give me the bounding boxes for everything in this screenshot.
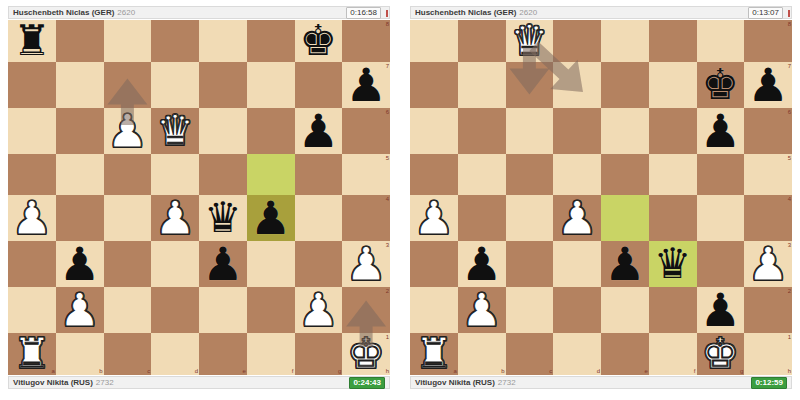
white-king: ♚ bbox=[702, 333, 740, 375]
file-coordinate: d bbox=[597, 368, 600, 374]
square-a3[interactable] bbox=[8, 241, 56, 287]
square-f4[interactable] bbox=[649, 195, 697, 241]
bottom-player-bar: Vitiugov Nikita (RUS) 2732 0:12:59 bbox=[410, 376, 792, 389]
square-g5[interactable] bbox=[697, 154, 745, 195]
square-h3[interactable]: ♟3 bbox=[744, 241, 792, 287]
square-h6[interactable]: 6 bbox=[744, 108, 792, 154]
square-d1[interactable]: d bbox=[151, 333, 199, 375]
top-player-clock: 0:16:58 bbox=[346, 7, 381, 19]
square-a5[interactable] bbox=[8, 154, 56, 195]
square-a7[interactable] bbox=[410, 62, 458, 108]
black-pawn: ♟ bbox=[298, 108, 339, 154]
square-b3[interactable]: ♟ bbox=[56, 241, 104, 287]
square-e2[interactable] bbox=[199, 287, 247, 333]
top-player-bar: Huschenbeth Niclas (GER) 2620 0:13:07 bbox=[410, 6, 792, 19]
rank-coordinate: 4 bbox=[386, 196, 389, 202]
square-d4[interactable]: ♟ bbox=[151, 195, 199, 241]
square-b6[interactable] bbox=[458, 108, 506, 154]
file-coordinate: f bbox=[694, 368, 696, 374]
file-coordinate: b bbox=[99, 368, 102, 374]
square-e4[interactable]: ♛ bbox=[199, 195, 247, 241]
square-f6[interactable] bbox=[649, 108, 697, 154]
square-d5[interactable] bbox=[151, 154, 199, 195]
rank-coordinate: 7 bbox=[788, 63, 791, 69]
square-f2[interactable] bbox=[247, 287, 295, 333]
white-queen: ♛ bbox=[511, 20, 549, 62]
square-d8[interactable] bbox=[151, 20, 199, 62]
square-c7[interactable] bbox=[506, 62, 554, 108]
square-a2[interactable] bbox=[410, 287, 458, 333]
file-coordinate: h bbox=[386, 368, 389, 374]
square-g1[interactable]: g bbox=[295, 333, 343, 375]
square-c4[interactable] bbox=[506, 195, 554, 241]
square-g2[interactable]: ♟ bbox=[697, 287, 745, 333]
white-pawn: ♟ bbox=[155, 195, 196, 241]
square-g5[interactable] bbox=[295, 154, 343, 195]
square-a4[interactable]: ♟ bbox=[8, 195, 56, 241]
square-a8[interactable]: ♜ bbox=[8, 20, 56, 62]
square-g6[interactable]: ♟ bbox=[697, 108, 745, 154]
file-coordinate: c bbox=[549, 368, 552, 374]
square-a4[interactable]: ♟ bbox=[410, 195, 458, 241]
square-c8[interactable] bbox=[104, 20, 152, 62]
black-queen: ♛ bbox=[654, 243, 692, 285]
rank-coordinate: 2 bbox=[386, 288, 389, 294]
square-d3[interactable] bbox=[553, 241, 601, 287]
file-coordinate: d bbox=[195, 368, 198, 374]
file-coordinate: g bbox=[338, 368, 341, 374]
square-d5[interactable] bbox=[553, 154, 601, 195]
black-pawn: ♟ bbox=[461, 241, 502, 287]
square-e8[interactable] bbox=[199, 20, 247, 62]
bottom-player-name: Vitiugov Nikita (RUS) bbox=[415, 378, 495, 387]
rank-coordinate: 2 bbox=[788, 288, 791, 294]
square-a6[interactable] bbox=[8, 108, 56, 154]
black-pawn: ♟ bbox=[700, 108, 741, 154]
square-c5[interactable] bbox=[104, 154, 152, 195]
black-pawn: ♟ bbox=[346, 62, 387, 108]
bottom-player-name: Vitiugov Nikita (RUS) bbox=[13, 378, 93, 387]
white-pawn: ♟ bbox=[748, 241, 789, 287]
square-a8[interactable] bbox=[410, 20, 458, 62]
square-d1[interactable]: d bbox=[553, 333, 601, 375]
square-f3[interactable]: ♛ bbox=[649, 241, 697, 287]
square-e7[interactable] bbox=[601, 62, 649, 108]
square-b1[interactable]: b bbox=[458, 333, 506, 375]
square-c4[interactable] bbox=[104, 195, 152, 241]
rank-coordinate: 3 bbox=[788, 242, 791, 248]
square-c2[interactable] bbox=[506, 287, 554, 333]
square-e6[interactable] bbox=[199, 108, 247, 154]
square-e1[interactable]: e bbox=[199, 333, 247, 375]
square-c3[interactable] bbox=[506, 241, 554, 287]
board-panel-right: Huschenbeth Niclas (GER) 2620 0:13:07 ♛8… bbox=[410, 6, 792, 389]
rank-coordinate: 8 bbox=[386, 21, 389, 27]
chess-board-left[interactable]: ♜♚8♟7♟♛♟65♟♟♛♟4♟♟♟3♟♟2♜abcdefg♚1h bbox=[8, 20, 390, 375]
rank-coordinate: 1 bbox=[386, 334, 389, 340]
square-b6[interactable] bbox=[56, 108, 104, 154]
square-g3[interactable] bbox=[697, 241, 745, 287]
square-f2[interactable] bbox=[649, 287, 697, 333]
square-b7[interactable] bbox=[56, 62, 104, 108]
square-a1[interactable]: ♜a bbox=[8, 333, 56, 375]
black-pawn: ♟ bbox=[59, 241, 100, 287]
rank-coordinate: 7 bbox=[386, 63, 389, 69]
rank-coordinate: 6 bbox=[788, 109, 791, 115]
top-player-name: Huschenbeth Niclas (GER) bbox=[13, 8, 114, 17]
white-pawn: ♟ bbox=[107, 108, 148, 154]
square-h4[interactable]: 4 bbox=[744, 195, 792, 241]
square-e3[interactable]: ♟ bbox=[601, 241, 649, 287]
square-e6[interactable] bbox=[601, 108, 649, 154]
top-player-clock: 0:13:07 bbox=[748, 7, 783, 19]
black-rook: ♜ bbox=[13, 20, 51, 62]
square-h8[interactable]: 8 bbox=[342, 20, 390, 62]
file-coordinate: f bbox=[292, 368, 294, 374]
square-c6[interactable] bbox=[506, 108, 554, 154]
white-pawn: ♟ bbox=[557, 195, 598, 241]
black-pawn: ♟ bbox=[250, 195, 291, 241]
bottom-player-bar: Vitiugov Nikita (RUS) 2732 0:24:43 bbox=[8, 376, 390, 389]
square-g8[interactable] bbox=[697, 20, 745, 62]
square-c7[interactable] bbox=[104, 62, 152, 108]
square-h1[interactable]: 1h bbox=[744, 333, 792, 375]
square-c8[interactable]: ♛ bbox=[506, 20, 554, 62]
square-g7[interactable] bbox=[295, 62, 343, 108]
black-pawn: ♟ bbox=[202, 241, 243, 287]
square-c1[interactable]: c bbox=[506, 333, 554, 375]
square-f7[interactable] bbox=[649, 62, 697, 108]
black-pawn: ♟ bbox=[700, 287, 741, 333]
black-king: ♚ bbox=[300, 20, 338, 62]
square-f5[interactable] bbox=[247, 154, 295, 195]
square-c5[interactable] bbox=[506, 154, 554, 195]
black-pawn: ♟ bbox=[604, 241, 645, 287]
square-h2[interactable]: 2 bbox=[744, 287, 792, 333]
square-h3[interactable]: ♟3 bbox=[342, 241, 390, 287]
white-pawn: ♟ bbox=[298, 287, 339, 333]
square-b8[interactable] bbox=[56, 20, 104, 62]
rank-coordinate: 5 bbox=[788, 155, 791, 161]
rank-coordinate: 8 bbox=[788, 21, 791, 27]
square-h4[interactable]: 4 bbox=[342, 195, 390, 241]
bottom-player-clock: 0:24:43 bbox=[349, 377, 385, 389]
square-d3[interactable] bbox=[151, 241, 199, 287]
bottom-player-rating: 2732 bbox=[96, 378, 114, 387]
file-coordinate: e bbox=[644, 368, 647, 374]
square-a5[interactable] bbox=[410, 154, 458, 195]
square-b2[interactable]: ♟ bbox=[458, 287, 506, 333]
square-f6[interactable] bbox=[247, 108, 295, 154]
white-pawn: ♟ bbox=[11, 195, 52, 241]
square-d7[interactable] bbox=[553, 62, 601, 108]
black-king: ♚ bbox=[702, 64, 740, 106]
live-tick-icon bbox=[386, 10, 388, 17]
square-h6[interactable]: 6 bbox=[342, 108, 390, 154]
square-h1[interactable]: ♚1h bbox=[342, 333, 390, 375]
square-g3[interactable] bbox=[295, 241, 343, 287]
white-queen: ♛ bbox=[156, 110, 194, 152]
file-coordinate: a bbox=[51, 368, 54, 374]
square-e7[interactable] bbox=[199, 62, 247, 108]
square-b4[interactable] bbox=[56, 195, 104, 241]
live-tick-icon bbox=[788, 10, 790, 17]
bottom-player-rating: 2732 bbox=[498, 378, 516, 387]
square-e2[interactable] bbox=[601, 287, 649, 333]
square-e4[interactable] bbox=[601, 195, 649, 241]
rank-coordinate: 3 bbox=[386, 242, 389, 248]
square-b2[interactable]: ♟ bbox=[56, 287, 104, 333]
black-pawn: ♟ bbox=[748, 62, 789, 108]
white-rook: ♜ bbox=[415, 333, 453, 375]
square-d7[interactable] bbox=[151, 62, 199, 108]
rank-coordinate: 5 bbox=[386, 155, 389, 161]
file-coordinate: g bbox=[740, 368, 743, 374]
square-c3[interactable] bbox=[104, 241, 152, 287]
square-g1[interactable]: ♚g bbox=[697, 333, 745, 375]
square-a6[interactable] bbox=[410, 108, 458, 154]
rank-coordinate: 1 bbox=[788, 334, 791, 340]
square-g6[interactable]: ♟ bbox=[295, 108, 343, 154]
file-coordinate: a bbox=[453, 368, 456, 374]
square-h7[interactable]: ♟7 bbox=[744, 62, 792, 108]
square-f5[interactable] bbox=[649, 154, 697, 195]
square-a7[interactable] bbox=[8, 62, 56, 108]
rank-coordinate: 6 bbox=[386, 109, 389, 115]
square-d6[interactable] bbox=[553, 108, 601, 154]
square-e1[interactable]: e bbox=[601, 333, 649, 375]
square-f3[interactable] bbox=[247, 241, 295, 287]
square-b3[interactable]: ♟ bbox=[458, 241, 506, 287]
square-a2[interactable] bbox=[8, 287, 56, 333]
square-b7[interactable] bbox=[458, 62, 506, 108]
square-g8[interactable]: ♚ bbox=[295, 20, 343, 62]
square-e5[interactable] bbox=[199, 154, 247, 195]
square-d2[interactable] bbox=[553, 287, 601, 333]
square-h5[interactable]: 5 bbox=[342, 154, 390, 195]
file-coordinate: e bbox=[242, 368, 245, 374]
square-a3[interactable] bbox=[410, 241, 458, 287]
square-g2[interactable]: ♟ bbox=[295, 287, 343, 333]
white-pawn: ♟ bbox=[413, 195, 454, 241]
square-g4[interactable] bbox=[295, 195, 343, 241]
board-panel-left: Huschenbeth Niclas (GER) 2620 0:16:58 ♜♚… bbox=[8, 6, 390, 389]
square-f4[interactable]: ♟ bbox=[247, 195, 295, 241]
square-b4[interactable] bbox=[458, 195, 506, 241]
white-king: ♚ bbox=[347, 333, 385, 375]
square-d6[interactable]: ♛ bbox=[151, 108, 199, 154]
file-coordinate: h bbox=[788, 368, 791, 374]
square-c2[interactable] bbox=[104, 287, 152, 333]
square-b5[interactable] bbox=[56, 154, 104, 195]
top-player-rating: 2620 bbox=[519, 8, 537, 17]
square-h7[interactable]: ♟7 bbox=[342, 62, 390, 108]
square-d2[interactable] bbox=[151, 287, 199, 333]
top-player-name: Huschenbeth Niclas (GER) bbox=[415, 8, 516, 17]
square-e5[interactable] bbox=[601, 154, 649, 195]
bottom-player-clock: 0:12:59 bbox=[751, 377, 787, 389]
top-player-rating: 2620 bbox=[117, 8, 135, 17]
square-f7[interactable] bbox=[247, 62, 295, 108]
square-f1[interactable]: f bbox=[247, 333, 295, 375]
square-g4[interactable] bbox=[697, 195, 745, 241]
square-h2[interactable]: 2 bbox=[342, 287, 390, 333]
file-coordinate: b bbox=[501, 368, 504, 374]
square-h8[interactable]: 8 bbox=[744, 20, 792, 62]
square-d4[interactable]: ♟ bbox=[553, 195, 601, 241]
square-f8[interactable] bbox=[247, 20, 295, 62]
rank-coordinate: 4 bbox=[788, 196, 791, 202]
square-b5[interactable] bbox=[458, 154, 506, 195]
white-pawn: ♟ bbox=[346, 241, 387, 287]
square-e3[interactable]: ♟ bbox=[199, 241, 247, 287]
square-h5[interactable]: 5 bbox=[744, 154, 792, 195]
top-player-bar: Huschenbeth Niclas (GER) 2620 0:16:58 bbox=[8, 6, 390, 19]
square-b1[interactable]: b bbox=[56, 333, 104, 375]
square-b8[interactable] bbox=[458, 20, 506, 62]
square-f8[interactable] bbox=[649, 20, 697, 62]
square-c6[interactable]: ♟ bbox=[104, 108, 152, 154]
file-coordinate: c bbox=[147, 368, 150, 374]
white-pawn: ♟ bbox=[59, 287, 100, 333]
chess-board-right[interactable]: ♛8♚♟7♟65♟♟4♟♟♛♟3♟♟2♜abcdef♚g1h bbox=[410, 20, 792, 375]
square-e8[interactable] bbox=[601, 20, 649, 62]
white-rook: ♜ bbox=[13, 333, 51, 375]
square-f1[interactable]: f bbox=[649, 333, 697, 375]
black-queen: ♛ bbox=[204, 197, 242, 239]
square-c1[interactable]: c bbox=[104, 333, 152, 375]
white-pawn: ♟ bbox=[461, 287, 502, 333]
square-d8[interactable] bbox=[553, 20, 601, 62]
square-a1[interactable]: ♜a bbox=[410, 333, 458, 375]
square-g7[interactable]: ♚ bbox=[697, 62, 745, 108]
